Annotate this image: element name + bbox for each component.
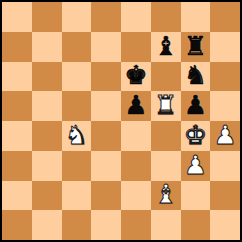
square-e6[interactable]: ♚ — [121, 62, 151, 92]
square-g6[interactable]: ♞ — [181, 62, 211, 92]
white-king[interactable]: ♚ — [184, 122, 207, 148]
square-c3[interactable] — [62, 151, 92, 181]
square-h5[interactable] — [210, 91, 240, 121]
square-a8[interactable] — [2, 2, 32, 32]
square-d1[interactable] — [91, 210, 121, 240]
square-a2[interactable] — [2, 181, 32, 211]
square-c1[interactable] — [62, 210, 92, 240]
square-d7[interactable] — [91, 32, 121, 62]
square-b4[interactable] — [32, 121, 62, 151]
square-f6[interactable] — [151, 62, 181, 92]
square-a5[interactable] — [2, 91, 32, 121]
square-h3[interactable] — [210, 151, 240, 181]
chess-board-frame: ♝♜♚♞♟♜♟♞♚♟♟♝ — [0, 0, 242, 242]
square-h4[interactable]: ♟ — [210, 121, 240, 151]
square-h7[interactable] — [210, 32, 240, 62]
square-d6[interactable] — [91, 62, 121, 92]
square-f5[interactable]: ♜ — [151, 91, 181, 121]
square-d4[interactable] — [91, 121, 121, 151]
square-b7[interactable] — [32, 32, 62, 62]
white-pawn[interactable]: ♟ — [184, 152, 207, 178]
square-c5[interactable] — [62, 91, 92, 121]
square-e5[interactable]: ♟ — [121, 91, 151, 121]
square-e4[interactable] — [121, 121, 151, 151]
square-b8[interactable] — [32, 2, 62, 32]
white-rook[interactable]: ♜ — [154, 92, 177, 118]
square-g1[interactable] — [181, 210, 211, 240]
white-bishop[interactable]: ♝ — [154, 181, 177, 207]
square-a7[interactable] — [2, 32, 32, 62]
square-f3[interactable] — [151, 151, 181, 181]
square-a6[interactable] — [2, 62, 32, 92]
square-b6[interactable] — [32, 62, 62, 92]
square-a4[interactable] — [2, 121, 32, 151]
square-e8[interactable] — [121, 2, 151, 32]
square-c2[interactable] — [62, 181, 92, 211]
white-knight[interactable]: ♞ — [65, 122, 88, 148]
square-f7[interactable]: ♝ — [151, 32, 181, 62]
square-d8[interactable] — [91, 2, 121, 32]
square-f2[interactable]: ♝ — [151, 181, 181, 211]
black-knight[interactable]: ♞ — [184, 62, 207, 88]
square-e3[interactable] — [121, 151, 151, 181]
black-pawn[interactable]: ♟ — [124, 92, 147, 118]
square-b3[interactable] — [32, 151, 62, 181]
square-b1[interactable] — [32, 210, 62, 240]
square-a3[interactable] — [2, 151, 32, 181]
square-h6[interactable] — [210, 62, 240, 92]
square-g5[interactable]: ♟ — [181, 91, 211, 121]
square-g3[interactable]: ♟ — [181, 151, 211, 181]
square-e2[interactable] — [121, 181, 151, 211]
square-h2[interactable] — [210, 181, 240, 211]
black-bishop[interactable]: ♝ — [154, 33, 177, 59]
square-b5[interactable] — [32, 91, 62, 121]
square-c4[interactable]: ♞ — [62, 121, 92, 151]
square-a1[interactable] — [2, 210, 32, 240]
square-d5[interactable] — [91, 91, 121, 121]
black-rook[interactable]: ♜ — [184, 33, 207, 59]
square-f1[interactable] — [151, 210, 181, 240]
square-b2[interactable] — [32, 181, 62, 211]
square-e7[interactable] — [121, 32, 151, 62]
square-g2[interactable] — [181, 181, 211, 211]
chess-board: ♝♜♚♞♟♜♟♞♚♟♟♝ — [2, 2, 240, 240]
square-h8[interactable] — [210, 2, 240, 32]
square-h1[interactable] — [210, 210, 240, 240]
square-d2[interactable] — [91, 181, 121, 211]
white-pawn[interactable]: ♟ — [213, 122, 236, 148]
square-f4[interactable] — [151, 121, 181, 151]
square-g8[interactable] — [181, 2, 211, 32]
square-g4[interactable]: ♚ — [181, 121, 211, 151]
square-g7[interactable]: ♜ — [181, 32, 211, 62]
square-d3[interactable] — [91, 151, 121, 181]
black-king[interactable]: ♚ — [124, 62, 147, 88]
square-c8[interactable] — [62, 2, 92, 32]
black-pawn[interactable]: ♟ — [184, 92, 207, 118]
square-e1[interactable] — [121, 210, 151, 240]
square-c7[interactable] — [62, 32, 92, 62]
square-f8[interactable] — [151, 2, 181, 32]
square-c6[interactable] — [62, 62, 92, 92]
